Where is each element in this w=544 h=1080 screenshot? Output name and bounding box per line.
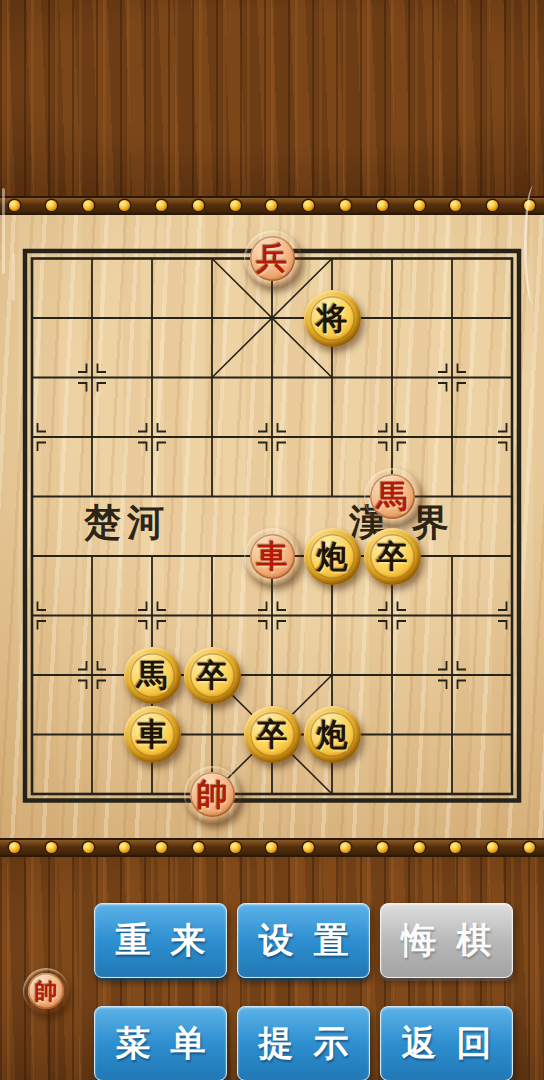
restart-button[interactable]: 重来 <box>94 903 227 978</box>
turn-indicator-glyph: 帥 <box>28 973 64 1009</box>
black-chariot-piece[interactable]: 車 <box>124 706 181 763</box>
rivet-icon <box>340 200 351 211</box>
wood-highlight <box>2 188 5 274</box>
rivet-icon <box>193 200 204 211</box>
turn-indicator-piece: 帥 <box>23 968 69 1014</box>
black-cannon-piece-glyph: 炮 <box>310 712 355 757</box>
rivet-icon <box>340 842 351 853</box>
black-soldier-piece-glyph: 卒 <box>190 653 235 698</box>
edge-hook-decoration <box>524 186 543 304</box>
wood-highlight <box>12 253 15 301</box>
rivet-icon <box>193 842 204 853</box>
rivet-strip-top <box>0 196 544 215</box>
rivet-icon <box>414 842 425 853</box>
black-cannon-piece[interactable]: 炮 <box>304 528 361 585</box>
rivet-icon <box>9 200 20 211</box>
black-soldier-piece[interactable]: 卒 <box>364 528 421 585</box>
rivet-icon <box>377 842 388 853</box>
rivet-icon <box>83 200 94 211</box>
red-general-piece-glyph: 帥 <box>190 772 235 817</box>
rivet-icon <box>46 200 57 211</box>
black-soldier-piece-glyph: 卒 <box>250 712 295 757</box>
rivet-icon <box>303 200 314 211</box>
rivet-icon <box>119 200 130 211</box>
red-soldier-piece[interactable]: 兵 <box>244 230 301 287</box>
hint-button[interactable]: 提示 <box>237 1006 370 1080</box>
black-chariot-piece-glyph: 車 <box>130 712 175 757</box>
rivet-icon <box>524 842 535 853</box>
black-soldier-piece[interactable]: 卒 <box>244 706 301 763</box>
rivet-icon <box>487 842 498 853</box>
settings-button[interactable]: 设置 <box>237 903 370 978</box>
xiangqi-board[interactable]: 兵将馬車炮卒馬卒車卒炮帥 <box>2 229 542 824</box>
rivet-strip-bottom <box>0 838 544 857</box>
black-soldier-piece-glyph: 卒 <box>370 534 415 579</box>
menu-button[interactable]: 菜单 <box>94 1006 227 1080</box>
red-soldier-piece-glyph: 兵 <box>250 236 295 281</box>
black-horse-piece-glyph: 馬 <box>130 653 175 698</box>
rivet-icon <box>266 200 277 211</box>
black-horse-piece[interactable]: 馬 <box>124 647 181 704</box>
rivet-icon <box>377 200 388 211</box>
rivet-icon <box>487 200 498 211</box>
black-general-piece-glyph: 将 <box>310 296 355 341</box>
red-horse-piece-glyph: 馬 <box>370 474 415 519</box>
black-general-piece[interactable]: 将 <box>304 290 361 347</box>
rivet-icon <box>230 842 241 853</box>
undo-button[interactable]: 悔棋 <box>380 903 513 978</box>
rivet-icon <box>450 200 461 211</box>
rivet-icon <box>450 842 461 853</box>
rivet-icon <box>266 842 277 853</box>
red-general-piece[interactable]: 帥 <box>184 766 241 823</box>
back-button[interactable]: 返回 <box>380 1006 513 1080</box>
rivet-icon <box>119 842 130 853</box>
black-soldier-piece[interactable]: 卒 <box>184 647 241 704</box>
red-chariot-piece[interactable]: 車 <box>244 528 301 585</box>
app-screen: 楚河 漢界 兵将馬車炮卒馬卒車卒炮帥 帥 重来 设置 悔棋 菜单 提示 返回 <box>0 0 544 1080</box>
rivet-icon <box>156 842 167 853</box>
rivet-icon <box>414 200 425 211</box>
rivet-icon <box>156 200 167 211</box>
rivet-icon <box>9 842 20 853</box>
rivet-icon <box>46 842 57 853</box>
red-horse-piece[interactable]: 馬 <box>364 468 421 525</box>
rivet-icon <box>230 200 241 211</box>
rivet-icon <box>303 842 314 853</box>
black-cannon-piece[interactable]: 炮 <box>304 706 361 763</box>
black-cannon-piece-glyph: 炮 <box>310 534 355 579</box>
top-wood-panel <box>0 0 544 198</box>
red-chariot-piece-glyph: 車 <box>250 534 295 579</box>
rivet-icon <box>83 842 94 853</box>
